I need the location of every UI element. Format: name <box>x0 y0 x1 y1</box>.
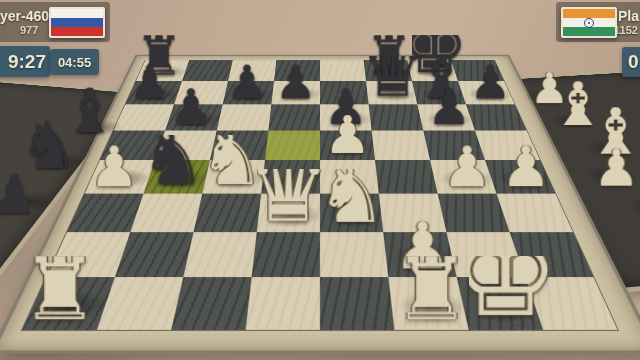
square-f7[interactable] <box>366 81 417 104</box>
white-pawn[interactable]: ♟ <box>438 135 497 194</box>
square-e2[interactable] <box>320 232 388 277</box>
square-a8[interactable] <box>136 60 189 81</box>
game-screen: ♜♜♚♟♟♟♛♝♟♟♟♟♟♟♞♞♟♟♛♞♟♜♜♚♝♞♟♟♝♝♟♟ yer-460… <box>0 0 640 360</box>
white-pawn[interactable]: ♟ <box>632 162 640 224</box>
white-knight[interactable]: ♞ <box>320 169 383 232</box>
white-king[interactable]: ♚ <box>469 256 543 330</box>
square-h8[interactable] <box>451 60 504 81</box>
square-a7[interactable] <box>125 81 182 104</box>
square-c7[interactable] <box>223 81 274 104</box>
square-f8[interactable] <box>364 60 412 81</box>
russia-flag <box>49 7 105 38</box>
square-g6[interactable] <box>417 104 475 130</box>
square-b7[interactable] <box>174 81 228 104</box>
ashoka-chakra-icon <box>584 18 594 28</box>
square-b8[interactable] <box>182 60 233 81</box>
square-d1[interactable] <box>246 277 320 330</box>
square-d7[interactable] <box>271 81 320 104</box>
square-c1[interactable] <box>171 277 251 330</box>
square-g8[interactable] <box>407 60 458 81</box>
square-c8[interactable] <box>228 60 276 81</box>
white-pawn[interactable]: ♟ <box>496 135 555 194</box>
india-flag <box>561 7 617 38</box>
square-f6[interactable] <box>369 104 424 130</box>
square-b3[interactable] <box>130 194 202 233</box>
square-e1[interactable] <box>320 277 394 330</box>
square-d8[interactable] <box>274 60 320 81</box>
square-d6[interactable] <box>268 104 320 130</box>
white-pawn[interactable]: ♟ <box>85 135 144 194</box>
black-pawn[interactable]: ♟ <box>0 157 45 219</box>
black-knight[interactable]: ♞ <box>144 135 203 194</box>
square-d2[interactable] <box>252 232 320 277</box>
square-b1[interactable] <box>97 277 183 330</box>
white-queen[interactable]: ♛ <box>257 169 320 232</box>
clock-left-secondary: 04:55 <box>50 49 99 75</box>
square-g7[interactable] <box>412 81 466 104</box>
square-e8[interactable] <box>320 60 366 81</box>
player-name-right: Pla <box>618 8 639 24</box>
player-rating-left: 977 <box>20 24 38 36</box>
square-b2[interactable] <box>115 232 194 277</box>
clock-left-main: 9:27 <box>0 46 50 77</box>
player-rating-right: 1152 <box>614 24 638 36</box>
player-name-left: yer-460 <box>0 8 49 24</box>
white-rook[interactable]: ♜ <box>22 256 96 330</box>
square-c2[interactable] <box>183 232 256 277</box>
clock-right-main: 0 <box>622 47 640 77</box>
board-plane: ♜♜♚♟♟♟♛♝♟♟♟♟♟♟♞♞♟♟♛♞♟♜♜♚♝♞♟♟♝♝♟♟ <box>22 60 617 330</box>
square-e7[interactable] <box>320 81 369 104</box>
